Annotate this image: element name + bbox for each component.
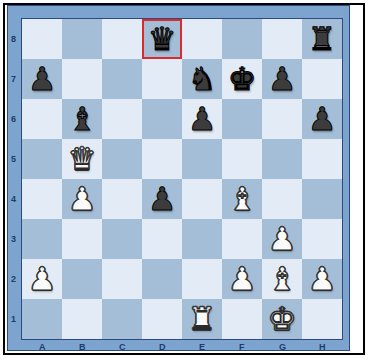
piece-white-pawn[interactable]: ♟ xyxy=(308,259,337,299)
square-d5[interactable] xyxy=(142,139,182,179)
piece-white-bishop[interactable]: ♝ xyxy=(268,259,297,299)
square-f7[interactable]: ♚ xyxy=(222,59,262,99)
square-c5[interactable] xyxy=(102,139,142,179)
square-c4[interactable] xyxy=(102,179,142,219)
piece-white-pawn[interactable]: ♟ xyxy=(28,259,57,299)
square-h4[interactable] xyxy=(302,179,342,219)
piece-black-pawn[interactable]: ♟ xyxy=(188,99,217,139)
piece-white-pawn[interactable]: ♟ xyxy=(68,179,97,219)
square-b1[interactable] xyxy=(62,299,102,339)
piece-white-pawn[interactable]: ♟ xyxy=(268,219,297,259)
rank-label-4: 4 xyxy=(11,195,16,204)
square-c8[interactable] xyxy=(102,19,142,59)
square-g1[interactable]: ♚ xyxy=(262,299,302,339)
square-c6[interactable] xyxy=(102,99,142,139)
piece-black-king[interactable]: ♚ xyxy=(228,59,257,99)
square-b2[interactable] xyxy=(62,259,102,299)
rank-label-7: 7 xyxy=(11,75,16,84)
file-label-g: G xyxy=(279,343,286,352)
square-e6[interactable]: ♟ xyxy=(182,99,222,139)
square-g5[interactable] xyxy=(262,139,302,179)
outer-frame: ♛♜♟♞♚♟♝♟♟♛♟♟♝♟♟♟♝♟♜♚ 87654321ABCDEFGH xyxy=(3,3,365,355)
file-label-d: D xyxy=(159,343,166,352)
square-d6[interactable] xyxy=(142,99,182,139)
square-f6[interactable] xyxy=(222,99,262,139)
square-e8[interactable] xyxy=(182,19,222,59)
file-label-e: E xyxy=(199,343,205,352)
square-e2[interactable] xyxy=(182,259,222,299)
piece-black-knight[interactable]: ♞ xyxy=(188,59,217,99)
file-label-c: C xyxy=(119,343,126,352)
square-b8[interactable] xyxy=(62,19,102,59)
rank-label-8: 8 xyxy=(11,35,16,44)
square-d8[interactable]: ♛ xyxy=(142,19,182,59)
file-label-a: A xyxy=(39,343,46,352)
square-d1[interactable] xyxy=(142,299,182,339)
square-c1[interactable] xyxy=(102,299,142,339)
square-h2[interactable]: ♟ xyxy=(302,259,342,299)
rank-label-6: 6 xyxy=(11,115,16,124)
square-g8[interactable] xyxy=(262,19,302,59)
square-a2[interactable]: ♟ xyxy=(22,259,62,299)
square-a6[interactable] xyxy=(22,99,62,139)
square-a7[interactable]: ♟ xyxy=(22,59,62,99)
square-h5[interactable] xyxy=(302,139,342,179)
square-c2[interactable] xyxy=(102,259,142,299)
square-c7[interactable] xyxy=(102,59,142,99)
square-f8[interactable] xyxy=(222,19,262,59)
square-a1[interactable] xyxy=(22,299,62,339)
board-grid: ♛♜♟♞♚♟♝♟♟♛♟♟♝♟♟♟♝♟♜♚ xyxy=(21,18,343,340)
square-b5[interactable]: ♛ xyxy=(62,139,102,179)
piece-black-pawn[interactable]: ♟ xyxy=(28,59,57,99)
piece-black-pawn[interactable]: ♟ xyxy=(308,99,337,139)
square-h8[interactable]: ♜ xyxy=(302,19,342,59)
piece-black-rook[interactable]: ♜ xyxy=(308,19,337,59)
square-b6[interactable]: ♝ xyxy=(62,99,102,139)
square-f1[interactable] xyxy=(222,299,262,339)
file-label-f: F xyxy=(239,343,245,352)
piece-black-pawn[interactable]: ♟ xyxy=(148,179,177,219)
square-a8[interactable] xyxy=(22,19,62,59)
square-g2[interactable]: ♝ xyxy=(262,259,302,299)
square-g3[interactable]: ♟ xyxy=(262,219,302,259)
file-label-b: B xyxy=(79,343,86,352)
square-f5[interactable] xyxy=(222,139,262,179)
square-e3[interactable] xyxy=(182,219,222,259)
rank-label-1: 1 xyxy=(11,315,16,324)
square-g4[interactable] xyxy=(262,179,302,219)
square-h3[interactable] xyxy=(302,219,342,259)
square-e1[interactable]: ♜ xyxy=(182,299,222,339)
square-e7[interactable]: ♞ xyxy=(182,59,222,99)
square-d4[interactable]: ♟ xyxy=(142,179,182,219)
square-b7[interactable] xyxy=(62,59,102,99)
rank-label-3: 3 xyxy=(11,235,16,244)
square-e5[interactable] xyxy=(182,139,222,179)
square-a3[interactable] xyxy=(22,219,62,259)
piece-white-rook[interactable]: ♜ xyxy=(188,299,217,339)
square-b3[interactable] xyxy=(62,219,102,259)
rank-label-5: 5 xyxy=(11,155,16,164)
piece-black-pawn[interactable]: ♟ xyxy=(268,59,297,99)
piece-black-queen[interactable]: ♛ xyxy=(148,19,177,59)
piece-white-pawn[interactable]: ♟ xyxy=(228,259,257,299)
square-h7[interactable] xyxy=(302,59,342,99)
square-e4[interactable] xyxy=(182,179,222,219)
square-h6[interactable]: ♟ xyxy=(302,99,342,139)
piece-white-bishop[interactable]: ♝ xyxy=(228,179,257,219)
square-d7[interactable] xyxy=(142,59,182,99)
piece-white-king[interactable]: ♚ xyxy=(268,299,297,339)
square-f3[interactable] xyxy=(222,219,262,259)
square-f4[interactable]: ♝ xyxy=(222,179,262,219)
square-c3[interactable] xyxy=(102,219,142,259)
square-g6[interactable] xyxy=(262,99,302,139)
square-h1[interactable] xyxy=(302,299,342,339)
square-b4[interactable]: ♟ xyxy=(62,179,102,219)
piece-white-queen[interactable]: ♛ xyxy=(68,139,97,179)
square-g7[interactable]: ♟ xyxy=(262,59,302,99)
square-a4[interactable] xyxy=(22,179,62,219)
square-f2[interactable]: ♟ xyxy=(222,259,262,299)
file-label-h: H xyxy=(319,343,326,352)
square-d3[interactable] xyxy=(142,219,182,259)
chess-board: ♛♜♟♞♚♟♝♟♟♛♟♟♝♟♟♟♝♟♜♚ 87654321ABCDEFGH xyxy=(7,5,350,351)
rank-label-2: 2 xyxy=(11,275,16,284)
piece-black-bishop[interactable]: ♝ xyxy=(68,99,97,139)
square-a5[interactable] xyxy=(22,139,62,179)
square-d2[interactable] xyxy=(142,259,182,299)
